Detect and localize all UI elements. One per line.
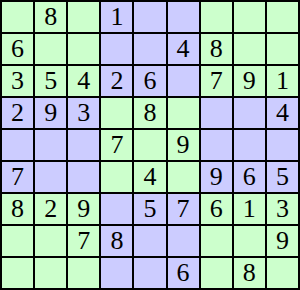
cell-r9c8: 8 [234, 258, 265, 288]
cell-r9c6: 6 [168, 258, 199, 288]
cell-r6c3[interactable] [68, 162, 99, 192]
cell-r5c6: 9 [168, 130, 199, 160]
cell-r5c3[interactable] [68, 130, 99, 160]
cell-r3c7: 7 [201, 66, 232, 96]
cell-r3c8: 9 [234, 66, 265, 96]
cell-r2c3[interactable] [68, 34, 99, 64]
cell-r9c2[interactable] [35, 258, 66, 288]
cell-r4c9: 4 [267, 98, 298, 128]
cell-r7c6: 7 [168, 194, 199, 224]
cell-r8c5[interactable] [134, 226, 165, 256]
cell-r5c5[interactable] [134, 130, 165, 160]
cell-r4c1: 2 [2, 98, 33, 128]
cell-r7c5: 5 [134, 194, 165, 224]
cell-r7c9: 3 [267, 194, 298, 224]
cell-r2c5[interactable] [134, 34, 165, 64]
cell-r2c4[interactable] [101, 34, 132, 64]
cell-r4c7[interactable] [201, 98, 232, 128]
cell-r8c9: 9 [267, 226, 298, 256]
cell-r9c5[interactable] [134, 258, 165, 288]
cell-r9c7[interactable] [201, 258, 232, 288]
cell-r2c2[interactable] [35, 34, 66, 64]
cell-r3c1: 3 [2, 66, 33, 96]
cell-r1c5[interactable] [134, 2, 165, 32]
cell-r1c2: 8 [35, 2, 66, 32]
cell-r2c8[interactable] [234, 34, 265, 64]
cell-r3c9: 1 [267, 66, 298, 96]
cell-r5c8[interactable] [234, 130, 265, 160]
cell-r5c1[interactable] [2, 130, 33, 160]
cell-r6c6[interactable] [168, 162, 199, 192]
cell-r1c4: 1 [101, 2, 132, 32]
cell-r8c3: 7 [68, 226, 99, 256]
cell-r8c1[interactable] [2, 226, 33, 256]
cell-r8c7[interactable] [201, 226, 232, 256]
cell-r8c8[interactable] [234, 226, 265, 256]
cell-r5c4: 7 [101, 130, 132, 160]
cell-r1c7[interactable] [201, 2, 232, 32]
cell-r9c1[interactable] [2, 258, 33, 288]
cell-r2c6: 4 [168, 34, 199, 64]
cell-r1c9[interactable] [267, 2, 298, 32]
cell-r3c5: 6 [134, 66, 165, 96]
cell-r5c9[interactable] [267, 130, 298, 160]
sudoku-board: 81648354267912938479749658295761378968 [0, 0, 300, 290]
cell-r9c4[interactable] [101, 258, 132, 288]
cell-r7c3: 9 [68, 194, 99, 224]
cell-r2c7: 8 [201, 34, 232, 64]
cell-r6c8: 6 [234, 162, 265, 192]
cell-r6c5: 4 [134, 162, 165, 192]
cell-r2c9[interactable] [267, 34, 298, 64]
cell-r4c3: 3 [68, 98, 99, 128]
cell-r6c1: 7 [2, 162, 33, 192]
cell-r7c2: 2 [35, 194, 66, 224]
cell-r4c2: 9 [35, 98, 66, 128]
cell-r3c3: 4 [68, 66, 99, 96]
cell-r7c1: 8 [2, 194, 33, 224]
cell-r4c8[interactable] [234, 98, 265, 128]
cell-r8c4: 8 [101, 226, 132, 256]
cell-r3c2: 5 [35, 66, 66, 96]
cell-r8c2[interactable] [35, 226, 66, 256]
cell-r7c8: 1 [234, 194, 265, 224]
cell-r1c1[interactable] [2, 2, 33, 32]
cell-r5c7[interactable] [201, 130, 232, 160]
cell-r6c2[interactable] [35, 162, 66, 192]
cell-r3c4: 2 [101, 66, 132, 96]
cell-r6c7: 9 [201, 162, 232, 192]
cell-r4c6[interactable] [168, 98, 199, 128]
cell-r3c6[interactable] [168, 66, 199, 96]
cell-r2c1: 6 [2, 34, 33, 64]
cell-r8c6[interactable] [168, 226, 199, 256]
cell-r1c8[interactable] [234, 2, 265, 32]
cell-r7c4[interactable] [101, 194, 132, 224]
sudoku-puzzle: 81648354267912938479749658295761378968 [0, 0, 300, 290]
cell-r7c7: 6 [201, 194, 232, 224]
cell-r5c2[interactable] [35, 130, 66, 160]
cell-r1c6[interactable] [168, 2, 199, 32]
cell-r9c3[interactable] [68, 258, 99, 288]
cell-r4c5: 8 [134, 98, 165, 128]
cell-r4c4[interactable] [101, 98, 132, 128]
cell-r1c3[interactable] [68, 2, 99, 32]
cell-r6c4[interactable] [101, 162, 132, 192]
cell-r6c9: 5 [267, 162, 298, 192]
cell-r9c9[interactable] [267, 258, 298, 288]
